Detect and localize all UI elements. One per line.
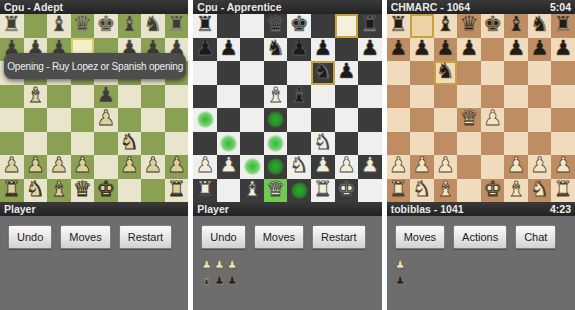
square-d5[interactable] xyxy=(457,85,481,109)
square-e8[interactable]: ♚ xyxy=(287,14,311,38)
square-a5[interactable] xyxy=(193,85,217,109)
restart-button[interactable]: Restart xyxy=(312,225,365,249)
piece-black-p-b7: ♟ xyxy=(219,38,238,59)
square-d2[interactable] xyxy=(457,155,481,179)
piece-black-b-e5: ♝ xyxy=(290,85,309,106)
piece-black-p-e7: ♟ xyxy=(290,38,309,59)
piece-black-p-f7: ♟ xyxy=(313,38,332,59)
legal-move-dot xyxy=(291,182,308,199)
opponent-clock: 5:04 xyxy=(550,1,571,13)
player-bar: tobiblas - 1041 4:23 xyxy=(387,202,575,216)
square-h5[interactable] xyxy=(358,85,382,109)
square-h6[interactable] xyxy=(551,61,575,85)
board-area: ♜♝♛♚♝♞♜♟♟♟♟♟♟♟♞♛♟♟♟♟♟♟♟♜♞♝♚♝♞♜ xyxy=(387,14,575,202)
player-bar: Player xyxy=(0,202,188,216)
square-e4[interactable] xyxy=(287,108,311,132)
piece-white-p-g2: ♟ xyxy=(530,155,549,176)
square-b1[interactable]: ♞ xyxy=(410,179,434,203)
square-a4[interactable] xyxy=(387,108,411,132)
piece-white-p-a2: ♟ xyxy=(2,155,21,176)
piece-white-p-g2: ♟ xyxy=(144,155,163,176)
square-h1[interactable] xyxy=(358,179,382,203)
square-h2[interactable]: ♟ xyxy=(551,155,575,179)
square-f8[interactable] xyxy=(311,14,335,38)
piece-black-q-d8: ♛ xyxy=(460,14,479,35)
square-d1[interactable] xyxy=(457,179,481,203)
restart-button[interactable]: Restart xyxy=(119,225,172,249)
square-h2[interactable]: ♟ xyxy=(165,155,189,179)
undo-button[interactable]: Undo xyxy=(201,225,245,249)
square-g1[interactable]: ♞ xyxy=(528,179,552,203)
square-g3[interactable] xyxy=(335,132,359,156)
square-c8[interactable] xyxy=(240,14,264,38)
square-h8[interactable]: ♜ xyxy=(358,14,382,38)
square-d1[interactable]: ♛ xyxy=(71,179,95,203)
chess-board[interactable]: ♜♝♛♚♝♞♜♟♟♟♟♟♟♞♟♝♟♟♞♟♟♟♟♟♟♟♜♞♝♛♚♜ xyxy=(0,14,188,202)
square-b6[interactable] xyxy=(410,61,434,85)
square-h3[interactable] xyxy=(551,132,575,156)
square-h8[interactable]: ♜ xyxy=(165,14,189,38)
piece-white-r-a1: ♜ xyxy=(196,179,215,200)
piece-white-k-e1: ♚ xyxy=(483,179,502,200)
piece-white-n-b1: ♞ xyxy=(413,179,432,200)
square-g4[interactable] xyxy=(335,108,359,132)
square-c5[interactable] xyxy=(434,85,458,109)
control-area: Undo Moves Restart xyxy=(0,216,188,310)
square-b8[interactable] xyxy=(410,14,434,38)
square-c7[interactable]: ♟ xyxy=(434,38,458,62)
square-f1[interactable] xyxy=(118,179,142,203)
piece-white-p-b2: ♟ xyxy=(26,155,45,176)
square-c3[interactable] xyxy=(240,132,264,156)
square-c5[interactable] xyxy=(47,85,71,109)
button-row: Undo Moves Restart xyxy=(201,225,381,249)
square-c1[interactable]: ♝ xyxy=(47,179,71,203)
piece-black-k-e8: ♚ xyxy=(483,14,502,35)
captured-row: ♟ xyxy=(395,272,575,285)
piece-white-b-c1: ♝ xyxy=(243,179,262,200)
piece-black-p-h7: ♟ xyxy=(554,38,573,59)
square-d4[interactable]: ♛ xyxy=(457,108,481,132)
square-b3[interactable] xyxy=(217,132,241,156)
piece-white-n-g1: ♞ xyxy=(530,179,549,200)
piece-white-n-f3: ♞ xyxy=(313,132,332,153)
title-bar: Cpu - Apprentice xyxy=(193,0,381,14)
square-f5[interactable] xyxy=(118,85,142,109)
square-c5[interactable] xyxy=(240,85,264,109)
piece-black-k-e8: ♚ xyxy=(97,14,116,35)
piece-white-p-c2: ♟ xyxy=(436,155,455,176)
square-b4[interactable] xyxy=(217,108,241,132)
square-b3[interactable] xyxy=(410,132,434,156)
piece-black-b-f8: ♝ xyxy=(507,14,526,35)
square-e8[interactable]: ♚ xyxy=(481,14,505,38)
piece-black-p-c7: ♟ xyxy=(436,38,455,59)
piece-black-r-h8: ♜ xyxy=(554,14,573,35)
piece-white-b-d5: ♝ xyxy=(266,85,285,106)
button-row: Undo Moves Restart xyxy=(8,225,188,249)
square-a4[interactable] xyxy=(0,108,24,132)
square-c4[interactable] xyxy=(240,108,264,132)
square-g2[interactable]: ♟ xyxy=(335,155,359,179)
square-d6[interactable] xyxy=(457,61,481,85)
chat-button[interactable]: Chat xyxy=(515,225,556,249)
square-e8[interactable]: ♚ xyxy=(94,14,118,38)
piece-white-r-a1: ♜ xyxy=(389,179,408,200)
square-h5[interactable] xyxy=(165,85,189,109)
square-h7[interactable]: ♟ xyxy=(358,38,382,62)
captured-piece-black-p: ♟ xyxy=(395,273,406,287)
piece-white-b-c1: ♝ xyxy=(436,179,455,200)
square-c8[interactable]: ♝ xyxy=(434,14,458,38)
square-f8[interactable]: ♝ xyxy=(118,14,142,38)
piece-white-p-g2: ♟ xyxy=(337,155,356,176)
square-c8[interactable]: ♝ xyxy=(47,14,71,38)
square-h7[interactable]: ♟ xyxy=(551,38,575,62)
square-a8[interactable]: ♜ xyxy=(0,14,24,38)
square-c4[interactable] xyxy=(434,108,458,132)
square-h1[interactable]: ♜ xyxy=(165,179,189,203)
player-clock: 4:23 xyxy=(550,203,571,215)
square-e4[interactable]: ♟ xyxy=(94,108,118,132)
square-e7[interactable]: ♟ xyxy=(287,38,311,62)
captured-piece-white-p: ♟ xyxy=(395,257,406,271)
square-b5[interactable]: ♝ xyxy=(24,85,48,109)
square-e5[interactable]: ♟ xyxy=(94,85,118,109)
square-a6[interactable] xyxy=(193,61,217,85)
square-e3[interactable] xyxy=(287,132,311,156)
square-f5[interactable] xyxy=(504,85,528,109)
player-bar: Player xyxy=(193,202,381,216)
square-e4[interactable]: ♟ xyxy=(481,108,505,132)
square-e1[interactable]: ♚ xyxy=(481,179,505,203)
square-c6[interactable]: ♞ xyxy=(434,61,458,85)
panel-online-game: CHMARC - 1064 5:04 ♜♝♛♚♝♞♜♟♟♟♟♟♟♟♞♛♟♟♟♟♟… xyxy=(387,0,575,310)
legal-move-dot xyxy=(244,158,261,175)
square-f2[interactable]: ♟ xyxy=(311,155,335,179)
square-e6[interactable] xyxy=(481,61,505,85)
square-a5[interactable] xyxy=(387,85,411,109)
square-g4[interactable] xyxy=(528,108,552,132)
square-g5[interactable] xyxy=(528,85,552,109)
piece-black-r-a8: ♜ xyxy=(2,14,21,35)
captured-piece-white-p: ♟ xyxy=(227,257,238,271)
square-a6[interactable] xyxy=(387,61,411,85)
square-c2[interactable] xyxy=(240,155,264,179)
square-h4[interactable] xyxy=(358,108,382,132)
square-c2[interactable]: ♟ xyxy=(434,155,458,179)
square-h4[interactable] xyxy=(165,108,189,132)
square-f2[interactable]: ♟ xyxy=(118,155,142,179)
piece-black-n-g8: ♞ xyxy=(144,14,163,35)
square-g3[interactable] xyxy=(141,132,165,156)
square-e1[interactable]: ♚ xyxy=(94,179,118,203)
legal-move-dot xyxy=(267,158,284,175)
player-name: Player xyxy=(197,203,229,215)
piece-white-p-f2: ♟ xyxy=(507,155,526,176)
piece-black-b-c8: ♝ xyxy=(436,14,455,35)
captured-piece-black-p: ♟ xyxy=(227,273,238,287)
square-f6[interactable] xyxy=(504,61,528,85)
square-a4[interactable] xyxy=(193,108,217,132)
moves-button[interactable]: Moves xyxy=(254,225,304,249)
square-d3[interactable] xyxy=(71,132,95,156)
square-c1[interactable]: ♝ xyxy=(434,179,458,203)
chess-board[interactable]: ♜♛♚♜♟♟♞♟♟♟♞♟♝♝♞♟♟♞♟♟♟♜♝♛♜♚ xyxy=(193,14,381,202)
square-h3[interactable] xyxy=(165,132,189,156)
square-c6[interactable] xyxy=(240,61,264,85)
actions-button[interactable]: Actions xyxy=(453,225,507,249)
square-e2[interactable] xyxy=(481,155,505,179)
square-d8[interactable]: ♛ xyxy=(71,14,95,38)
piece-white-p-h2: ♟ xyxy=(360,155,379,176)
square-b5[interactable] xyxy=(410,85,434,109)
piece-white-p-a2: ♟ xyxy=(196,155,215,176)
square-g1[interactable]: ♚ xyxy=(335,179,359,203)
piece-black-r-h8: ♜ xyxy=(360,14,379,35)
square-d4[interactable] xyxy=(264,108,288,132)
square-f3[interactable]: ♞ xyxy=(311,132,335,156)
captured-piece-black-b: ♝ xyxy=(201,273,212,287)
piece-black-p-g7: ♟ xyxy=(530,38,549,59)
square-g4[interactable] xyxy=(141,108,165,132)
piece-white-p-a2: ♟ xyxy=(389,155,408,176)
piece-white-p-e4: ♟ xyxy=(483,108,502,129)
piece-white-k-g1: ♚ xyxy=(337,179,356,200)
square-g6[interactable] xyxy=(528,61,552,85)
square-h1[interactable]: ♜ xyxy=(551,179,575,203)
title-bar: CHMARC - 1064 5:04 xyxy=(387,0,575,14)
captured-piece-black-p: ♟ xyxy=(214,273,225,287)
square-g7[interactable] xyxy=(335,38,359,62)
square-a7[interactable]: ♟ xyxy=(387,38,411,62)
piece-black-b-f8: ♝ xyxy=(120,14,139,35)
square-b3[interactable] xyxy=(24,132,48,156)
piece-black-n-c6: ♞ xyxy=(436,61,455,82)
square-g2[interactable]: ♟ xyxy=(141,155,165,179)
opponent-name: CHMARC - 1064 xyxy=(391,1,470,13)
piece-black-p-b7: ♟ xyxy=(413,38,432,59)
piece-black-n-f6: ♞ xyxy=(313,61,332,82)
square-b5[interactable] xyxy=(217,85,241,109)
piece-white-q-d1: ♛ xyxy=(73,179,92,200)
piece-white-p-h2: ♟ xyxy=(167,155,186,176)
piece-black-p-g6: ♟ xyxy=(337,61,356,82)
square-g8[interactable]: ♞ xyxy=(141,14,165,38)
undo-button[interactable]: Undo xyxy=(8,225,52,249)
piece-white-p-e4: ♟ xyxy=(97,108,116,129)
square-d1[interactable]: ♛ xyxy=(264,179,288,203)
piece-white-r-a1: ♜ xyxy=(2,179,21,200)
square-g7[interactable]: ♟ xyxy=(528,38,552,62)
square-a3[interactable] xyxy=(0,132,24,156)
captured-pieces-tray: ♟♟♟♝♟♟ xyxy=(201,256,381,285)
square-a5[interactable] xyxy=(0,85,24,109)
piece-black-q-d8: ♛ xyxy=(266,14,285,35)
square-f6[interactable]: ♞ xyxy=(311,61,335,85)
square-e5[interactable]: ♝ xyxy=(287,85,311,109)
square-d3[interactable] xyxy=(457,132,481,156)
control-area: Undo Moves Restart ♟♟♟♝♟♟ xyxy=(193,216,381,310)
square-g1[interactable] xyxy=(141,179,165,203)
piece-black-k-e8: ♚ xyxy=(290,14,309,35)
square-e1[interactable] xyxy=(287,179,311,203)
title-bar: Cpu - Adept xyxy=(0,0,188,14)
square-a8[interactable]: ♜ xyxy=(387,14,411,38)
piece-black-n-g8: ♞ xyxy=(530,14,549,35)
square-b1[interactable] xyxy=(217,179,241,203)
square-a7[interactable]: ♟ xyxy=(193,38,217,62)
square-f1[interactable]: ♝ xyxy=(504,179,528,203)
square-g3[interactable] xyxy=(528,132,552,156)
piece-white-n-b1: ♞ xyxy=(26,179,45,200)
square-a3[interactable] xyxy=(193,132,217,156)
piece-white-n-f3: ♞ xyxy=(120,132,139,153)
piece-white-p-c2: ♟ xyxy=(49,155,68,176)
piece-white-p-h2: ♟ xyxy=(554,155,573,176)
square-a2[interactable]: ♟ xyxy=(387,155,411,179)
panel-cpu-adept: Cpu - Adept ♜♝♛♚♝♞♜♟♟♟♟♟♟♞♟♝♟♟♞♟♟♟♟♟♟♟♜♞… xyxy=(0,0,188,310)
square-f7[interactable]: ♟ xyxy=(504,38,528,62)
square-e7[interactable] xyxy=(481,38,505,62)
opponent-name: Cpu - Apprentice xyxy=(197,1,281,13)
square-g2[interactable]: ♟ xyxy=(528,155,552,179)
square-f5[interactable] xyxy=(311,85,335,109)
square-c3[interactable] xyxy=(434,132,458,156)
board-area: ♜♝♛♚♝♞♜♟♟♟♟♟♟♞♟♝♟♟♞♟♟♟♟♟♟♟♜♞♝♛♚♜ Opening… xyxy=(0,14,188,202)
square-a1[interactable]: ♜ xyxy=(0,179,24,203)
square-g8[interactable]: ♞ xyxy=(528,14,552,38)
captured-row: ♟♟♟ xyxy=(201,256,381,269)
player-name: Player xyxy=(4,203,36,215)
square-d4[interactable] xyxy=(71,108,95,132)
square-d8[interactable]: ♛ xyxy=(457,14,481,38)
square-b4[interactable] xyxy=(410,108,434,132)
square-a2[interactable]: ♟ xyxy=(0,155,24,179)
square-h3[interactable] xyxy=(358,132,382,156)
square-e3[interactable] xyxy=(94,132,118,156)
square-d2[interactable]: ♟ xyxy=(71,155,95,179)
opening-tooltip: Opening - Ruy Lopez or Spanish opening xyxy=(4,53,186,79)
square-f1[interactable]: ♜ xyxy=(311,179,335,203)
square-a3[interactable] xyxy=(387,132,411,156)
piece-black-p-e5: ♟ xyxy=(97,85,116,106)
square-a1[interactable]: ♜ xyxy=(193,179,217,203)
square-d5[interactable] xyxy=(71,85,95,109)
square-b8[interactable] xyxy=(24,14,48,38)
square-d7[interactable]: ♟ xyxy=(457,38,481,62)
piece-black-b-c8: ♝ xyxy=(49,14,68,35)
square-b1[interactable]: ♞ xyxy=(24,179,48,203)
square-c3[interactable] xyxy=(47,132,71,156)
square-f8[interactable]: ♝ xyxy=(504,14,528,38)
square-d7[interactable]: ♞ xyxy=(264,38,288,62)
captured-piece-white-p: ♟ xyxy=(201,257,212,271)
square-e6[interactable] xyxy=(287,61,311,85)
piece-white-q-d4: ♛ xyxy=(460,108,479,129)
square-f4[interactable] xyxy=(118,108,142,132)
square-g6[interactable]: ♟ xyxy=(335,61,359,85)
square-b2[interactable]: ♟ xyxy=(217,155,241,179)
square-a8[interactable]: ♜ xyxy=(193,14,217,38)
square-e5[interactable] xyxy=(481,85,505,109)
square-h2[interactable]: ♟ xyxy=(358,155,382,179)
captured-row: ♝♟♟ xyxy=(201,272,381,285)
square-f2[interactable]: ♟ xyxy=(504,155,528,179)
triple-chess-screenshot: Cpu - Adept ♜♝♛♚♝♞♜♟♟♟♟♟♟♞♟♝♟♟♞♟♟♟♟♟♟♟♜♞… xyxy=(0,0,575,310)
square-g5[interactable] xyxy=(335,85,359,109)
square-b7[interactable]: ♟ xyxy=(217,38,241,62)
piece-white-p-f2: ♟ xyxy=(120,155,139,176)
square-d8[interactable]: ♛ xyxy=(264,14,288,38)
square-f7[interactable]: ♟ xyxy=(311,38,335,62)
square-h6[interactable] xyxy=(358,61,382,85)
piece-black-p-h7: ♟ xyxy=(360,38,379,59)
piece-white-n-e2: ♞ xyxy=(290,155,309,176)
square-c7[interactable] xyxy=(240,38,264,62)
square-e3[interactable] xyxy=(481,132,505,156)
legal-move-dot xyxy=(220,135,237,152)
square-a1[interactable]: ♜ xyxy=(387,179,411,203)
square-c2[interactable]: ♟ xyxy=(47,155,71,179)
square-b7[interactable]: ♟ xyxy=(410,38,434,62)
square-d6[interactable] xyxy=(264,61,288,85)
piece-black-n-d7: ♞ xyxy=(266,38,285,59)
piece-white-b-c1: ♝ xyxy=(49,179,68,200)
square-f4[interactable] xyxy=(504,108,528,132)
square-b8[interactable] xyxy=(217,14,241,38)
square-b2[interactable]: ♟ xyxy=(410,155,434,179)
piece-white-q-d1: ♛ xyxy=(266,179,285,200)
square-b6[interactable] xyxy=(217,61,241,85)
square-d2[interactable] xyxy=(264,155,288,179)
square-e2[interactable]: ♞ xyxy=(287,155,311,179)
square-h5[interactable] xyxy=(551,85,575,109)
piece-white-k-e1: ♚ xyxy=(97,179,116,200)
chess-board[interactable]: ♜♝♛♚♝♞♜♟♟♟♟♟♟♟♞♛♟♟♟♟♟♟♟♜♞♝♚♝♞♜ xyxy=(387,14,575,202)
captured-pieces-tray: ♟♟ xyxy=(395,256,575,285)
square-d5[interactable]: ♝ xyxy=(264,85,288,109)
piece-white-r-h1: ♜ xyxy=(554,179,573,200)
moves-button[interactable]: Moves xyxy=(60,225,110,249)
moves-button[interactable]: Moves xyxy=(395,225,445,249)
piece-black-p-f7: ♟ xyxy=(507,38,526,59)
square-b4[interactable] xyxy=(24,108,48,132)
square-h8[interactable]: ♜ xyxy=(551,14,575,38)
player-name: tobiblas - 1041 xyxy=(391,203,464,215)
piece-white-p-b2: ♟ xyxy=(413,155,432,176)
panel-cpu-apprentice: Cpu - Apprentice ♜♛♚♜♟♟♞♟♟♟♞♟♝♝♞♟♟♞♟♟♟♜♝… xyxy=(193,0,381,310)
piece-white-p-f2: ♟ xyxy=(313,155,332,176)
square-f3[interactable] xyxy=(504,132,528,156)
square-g5[interactable] xyxy=(141,85,165,109)
square-f3[interactable]: ♞ xyxy=(118,132,142,156)
button-row: Moves Actions Chat xyxy=(395,225,575,249)
square-g8[interactable] xyxy=(335,14,359,38)
square-f4[interactable] xyxy=(311,108,335,132)
square-a2[interactable]: ♟ xyxy=(193,155,217,179)
square-h4[interactable] xyxy=(551,108,575,132)
square-c1[interactable]: ♝ xyxy=(240,179,264,203)
piece-black-p-a7: ♟ xyxy=(196,38,215,59)
piece-white-b-b5: ♝ xyxy=(26,85,45,106)
piece-black-p-d7: ♟ xyxy=(460,38,479,59)
piece-black-p-a7: ♟ xyxy=(389,38,408,59)
square-e2[interactable] xyxy=(94,155,118,179)
square-d3[interactable] xyxy=(264,132,288,156)
square-b2[interactable]: ♟ xyxy=(24,155,48,179)
square-c4[interactable] xyxy=(47,108,71,132)
